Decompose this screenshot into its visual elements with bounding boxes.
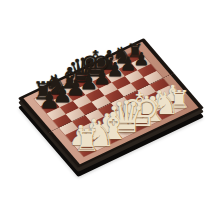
black-pawn-a7: ♟ xyxy=(39,89,60,112)
white-rook-a1: ♜ xyxy=(73,126,100,156)
product-photo[interactable]: ♜♞♝♛♚♝♞♜♟♟♟♟♟♟♟♟♟♟♟♟♟♟♟♟♜♞♝♛♚♝♞♜ xyxy=(0,0,224,224)
pieces-layer: ♜♞♝♛♚♝♞♜♟♟♟♟♟♟♟♟♟♟♟♟♟♟♟♟♜♞♝♛♚♝♞♜ xyxy=(0,0,224,224)
